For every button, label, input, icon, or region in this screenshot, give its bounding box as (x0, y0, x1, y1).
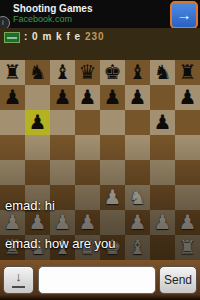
square-e6[interactable] (100, 110, 125, 135)
square-e7[interactable]: ♟ (100, 85, 125, 110)
square-a4[interactable] (0, 160, 25, 185)
piece-black-king: ♚ (100, 60, 125, 85)
square-g8[interactable]: ♞ (150, 60, 175, 85)
square-b2[interactable]: ♟ (25, 210, 50, 235)
square-e4[interactable] (100, 160, 125, 185)
chat-message-2: emad: how are you (5, 236, 116, 251)
square-e8[interactable]: ♚ (100, 60, 125, 85)
square-f2[interactable]: ♟ (125, 210, 150, 235)
square-g2[interactable]: ♟ (150, 210, 175, 235)
square-e3[interactable]: ♟ (100, 185, 125, 210)
collapse-chat-button[interactable]: ↓ (3, 266, 34, 294)
download-arrow-icon: ↓ (4, 269, 33, 285)
player-text: : 0 m k f e (24, 31, 81, 42)
square-h4[interactable] (175, 160, 200, 185)
send-button[interactable]: Send (159, 266, 197, 294)
square-c2[interactable]: ♟ (50, 210, 75, 235)
square-c6[interactable] (50, 110, 75, 135)
piece-black-pawn: ♟ (0, 85, 25, 110)
flag-icon (4, 32, 20, 43)
piece-white-rook: ♜ (175, 235, 200, 260)
piece-white-pawn: ♟ (150, 210, 175, 235)
square-a5[interactable] (0, 135, 25, 160)
ad-text: Shooting Games Facebook.com (13, 3, 92, 25)
piece-white-pawn: ♟ (25, 210, 50, 235)
piece-black-pawn: ♟ (150, 110, 175, 135)
square-f5[interactable] (125, 135, 150, 160)
square-b4[interactable] (25, 160, 50, 185)
square-a7[interactable]: ♟ (0, 85, 25, 110)
ad-title: Shooting Games (13, 3, 92, 14)
piece-white-bishop: ♝ (125, 235, 150, 260)
square-h6[interactable] (175, 110, 200, 135)
piece-white-pawn: ♟ (125, 210, 150, 235)
square-f1[interactable]: ♝ (125, 235, 150, 260)
square-g5[interactable] (150, 135, 175, 160)
square-a8[interactable]: ♜ (0, 60, 25, 85)
square-f8[interactable]: ♝ (125, 60, 150, 85)
piece-black-pawn: ♟ (100, 85, 125, 110)
square-d3[interactable] (75, 185, 100, 210)
square-d7[interactable]: ♟ (75, 85, 100, 110)
square-g7[interactable] (150, 85, 175, 110)
download-arrow-bar (12, 286, 25, 288)
square-f7[interactable]: ♟ (125, 85, 150, 110)
chat-composer-bar: ↓ Send (0, 260, 200, 300)
player-info: : 0 m k f e 230 (24, 31, 105, 42)
piece-black-knight: ♞ (150, 60, 175, 85)
piece-black-pawn: ♟ (125, 85, 150, 110)
piece-black-pawn: ♟ (50, 85, 75, 110)
chat-input[interactable] (38, 266, 156, 294)
square-g3[interactable] (150, 185, 175, 210)
piece-black-queen: ♛ (75, 60, 100, 85)
square-c8[interactable]: ♝ (50, 60, 75, 85)
square-d2[interactable]: ♟ (75, 210, 100, 235)
square-c4[interactable] (50, 160, 75, 185)
square-b8[interactable]: ♞ (25, 60, 50, 85)
piece-black-pawn: ♟ (25, 110, 50, 135)
square-c7[interactable]: ♟ (50, 85, 75, 110)
ad-url: Facebook.com (13, 14, 92, 25)
square-d4[interactable] (75, 160, 100, 185)
piece-black-rook: ♜ (0, 60, 25, 85)
chess-board: ♜♞♝♛♚♝♞♜♟♟♟♟♟♟♟♟♟♞♟♟♟♟♟♟♟♜♞♝♛♚♝♜ (0, 60, 200, 260)
square-d6[interactable] (75, 110, 100, 135)
square-e5[interactable] (100, 135, 125, 160)
piece-white-pawn: ♟ (100, 185, 125, 210)
square-f3[interactable]: ♞ (125, 185, 150, 210)
status-bar: : 0 m k f e 230 (0, 28, 200, 60)
square-a2[interactable]: ♟ (0, 210, 25, 235)
chat-message-1: emad: hi (5, 198, 55, 213)
square-h1[interactable]: ♜ (175, 235, 200, 260)
arrow-right-icon: → (177, 6, 192, 23)
ad-cta-button[interactable]: → (170, 1, 198, 29)
square-d5[interactable] (75, 135, 100, 160)
square-h5[interactable] (175, 135, 200, 160)
square-g6[interactable]: ♟ (150, 110, 175, 135)
square-c5[interactable] (50, 135, 75, 160)
square-h7[interactable]: ♟ (175, 85, 200, 110)
square-d8[interactable]: ♛ (75, 60, 100, 85)
square-g1[interactable] (150, 235, 175, 260)
piece-black-bishop: ♝ (50, 60, 75, 85)
square-a6[interactable] (0, 110, 25, 135)
player-rating: 230 (85, 31, 105, 42)
app-screen: i Shooting Games Facebook.com → : 0 m k … (0, 0, 200, 300)
piece-black-knight: ♞ (25, 60, 50, 85)
piece-white-pawn: ♟ (0, 210, 25, 235)
ad-banner[interactable]: i Shooting Games Facebook.com → (0, 0, 200, 28)
square-f4[interactable] (125, 160, 150, 185)
piece-white-pawn: ♟ (175, 210, 200, 235)
piece-white-knight: ♞ (125, 185, 150, 210)
square-h3[interactable] (175, 185, 200, 210)
piece-black-rook: ♜ (175, 60, 200, 85)
square-h8[interactable]: ♜ (175, 60, 200, 85)
square-b7[interactable] (25, 85, 50, 110)
piece-black-pawn: ♟ (175, 85, 200, 110)
piece-black-bishop: ♝ (125, 60, 150, 85)
square-h2[interactable]: ♟ (175, 210, 200, 235)
square-e2[interactable] (100, 210, 125, 235)
square-b5[interactable] (25, 135, 50, 160)
piece-white-pawn: ♟ (50, 210, 75, 235)
square-f6[interactable] (125, 110, 150, 135)
square-b6[interactable]: ♟ (25, 110, 50, 135)
piece-white-pawn: ♟ (75, 210, 100, 235)
square-g4[interactable] (150, 160, 175, 185)
piece-black-pawn: ♟ (75, 85, 100, 110)
